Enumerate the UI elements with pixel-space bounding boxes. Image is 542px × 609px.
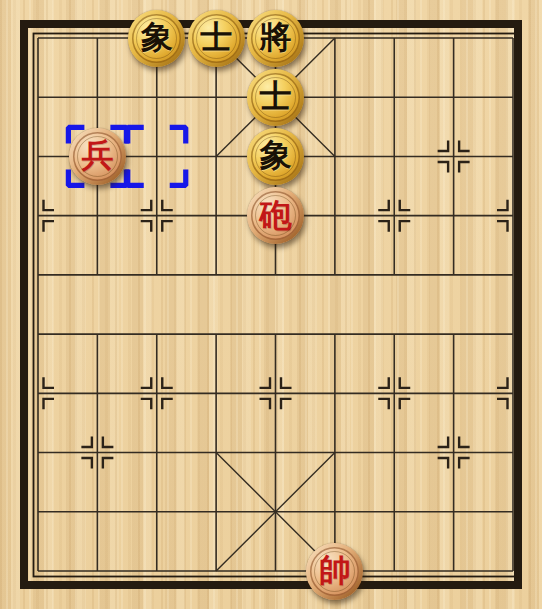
pieces-layer: 象士將士象兵砲帥	[0, 0, 542, 609]
piece-glyph: 帥	[319, 554, 351, 586]
piece-black-elephant[interactable]: 象	[128, 10, 185, 67]
piece-glyph: 兵	[81, 139, 113, 171]
piece-red-cannon[interactable]: 砲	[247, 187, 304, 244]
piece-glyph: 士	[200, 21, 232, 53]
piece-red-general[interactable]: 帥	[306, 543, 363, 600]
piece-face: 帥	[310, 547, 359, 596]
piece-face: 象	[132, 14, 181, 63]
piece-glyph: 砲	[260, 199, 292, 231]
piece-black-advisor[interactable]: 士	[188, 10, 245, 67]
piece-red-soldier[interactable]: 兵	[69, 128, 126, 185]
piece-face: 將	[251, 14, 300, 63]
piece-face: 象	[251, 132, 300, 181]
piece-face: 士	[192, 14, 241, 63]
piece-face: 兵	[73, 132, 122, 181]
piece-face: 士	[251, 73, 300, 122]
piece-glyph: 象	[141, 21, 173, 53]
piece-black-advisor[interactable]: 士	[247, 69, 304, 126]
piece-black-general[interactable]: 將	[247, 10, 304, 67]
piece-glyph: 將	[260, 21, 292, 53]
piece-black-elephant[interactable]: 象	[247, 128, 304, 185]
xiangqi-board[interactable]: 象士將士象兵砲帥	[0, 0, 542, 609]
piece-face: 砲	[251, 191, 300, 240]
piece-glyph: 象	[260, 139, 292, 171]
piece-glyph: 士	[260, 80, 292, 112]
